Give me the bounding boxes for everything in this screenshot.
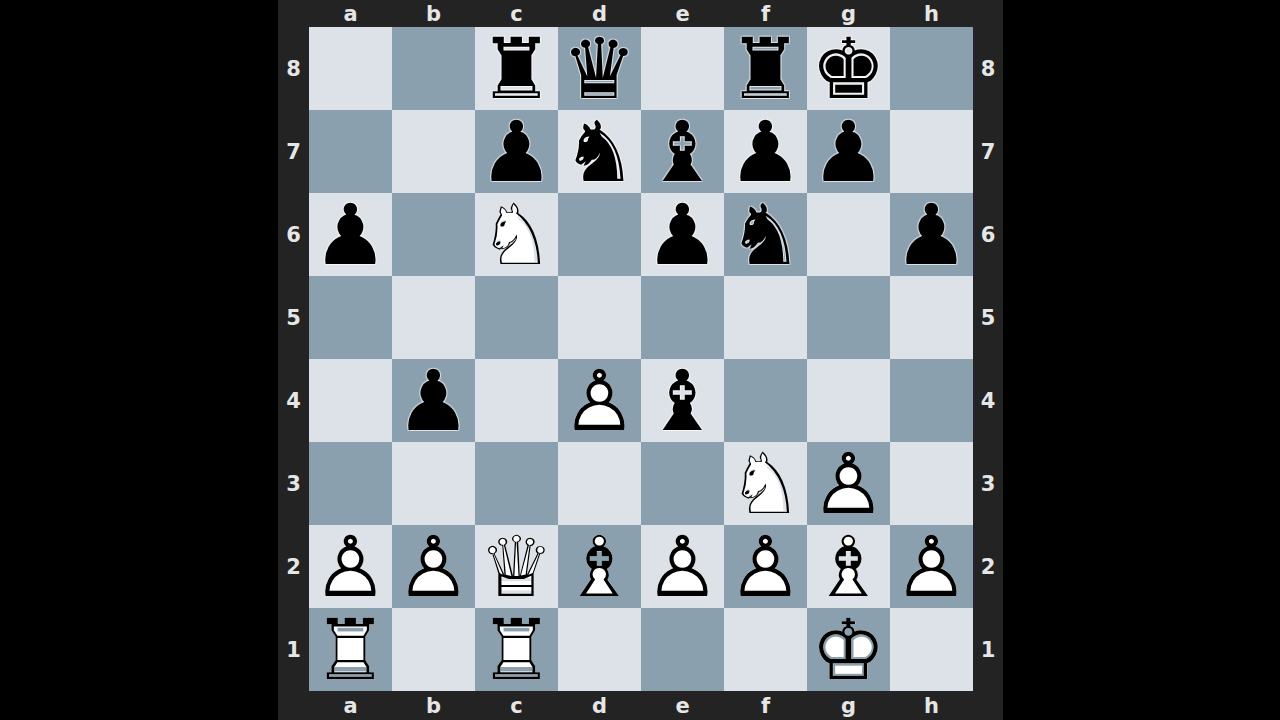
rank-label-8: 8 bbox=[278, 27, 309, 110]
square-h7[interactable] bbox=[890, 110, 973, 193]
file-label-e: e bbox=[641, 691, 724, 720]
square-d3[interactable] bbox=[558, 442, 641, 525]
square-b8[interactable] bbox=[392, 27, 475, 110]
square-g6[interactable] bbox=[807, 193, 890, 276]
white-bishop: ♗ bbox=[807, 525, 890, 608]
square-a3[interactable] bbox=[309, 442, 392, 525]
rank-label-2: 2 bbox=[973, 525, 1003, 608]
square-f1[interactable] bbox=[724, 608, 807, 691]
square-g7[interactable]: ♟ bbox=[807, 110, 890, 193]
square-e4[interactable]: ♝ bbox=[641, 359, 724, 442]
black-pawn: ♟ bbox=[890, 193, 973, 276]
square-g1[interactable]: ♚♔ bbox=[807, 608, 890, 691]
rank-label-6: 6 bbox=[973, 193, 1003, 276]
square-f2[interactable]: ♟♙ bbox=[724, 525, 807, 608]
square-g2[interactable]: ♝♗ bbox=[807, 525, 890, 608]
square-d5[interactable] bbox=[558, 276, 641, 359]
rank-label-5: 5 bbox=[973, 276, 1003, 359]
black-rook: ♜ bbox=[475, 27, 558, 110]
white-king: ♔ bbox=[807, 608, 890, 691]
square-h4[interactable] bbox=[890, 359, 973, 442]
white-king-fill: ♚ bbox=[807, 608, 890, 691]
square-c5[interactable] bbox=[475, 276, 558, 359]
rank-label-4: 4 bbox=[973, 359, 1003, 442]
square-c8[interactable]: ♜ bbox=[475, 27, 558, 110]
white-queen: ♕ bbox=[475, 525, 558, 608]
file-label-g: g bbox=[807, 0, 890, 27]
file-label-h: h bbox=[890, 0, 973, 27]
square-h3[interactable] bbox=[890, 442, 973, 525]
white-knight: ♘ bbox=[475, 193, 558, 276]
black-knight: ♞ bbox=[558, 110, 641, 193]
board-frame: abcdefgh abcdefgh 87654321 87654321 ♜♛♜♚… bbox=[278, 0, 1003, 720]
square-f8[interactable]: ♜ bbox=[724, 27, 807, 110]
rank-label-8: 8 bbox=[973, 27, 1003, 110]
video-frame: abcdefgh abcdefgh 87654321 87654321 ♜♛♜♚… bbox=[0, 0, 1280, 720]
white-pawn: ♙ bbox=[309, 525, 392, 608]
chess-board: ♜♛♜♚♟♞♝♟♟♟♞♘♟♞♟♟♟♙♝♞♘♟♙♟♙♟♙♛♕♝♗♟♙♟♙♝♗♟♙♜… bbox=[309, 27, 973, 691]
square-g3[interactable]: ♟♙ bbox=[807, 442, 890, 525]
white-pawn: ♙ bbox=[558, 359, 641, 442]
white-pawn: ♙ bbox=[392, 525, 475, 608]
square-a1[interactable]: ♜♖ bbox=[309, 608, 392, 691]
rank-label-3: 3 bbox=[278, 442, 309, 525]
white-rook: ♖ bbox=[309, 608, 392, 691]
white-rook-fill: ♜ bbox=[475, 608, 558, 691]
square-b6[interactable] bbox=[392, 193, 475, 276]
white-pawn-fill: ♟ bbox=[392, 525, 475, 608]
rank-label-6: 6 bbox=[278, 193, 309, 276]
black-pawn: ♟ bbox=[309, 193, 392, 276]
white-pawn: ♙ bbox=[890, 525, 973, 608]
black-king: ♚ bbox=[807, 27, 890, 110]
black-queen: ♛ bbox=[558, 27, 641, 110]
square-c7[interactable]: ♟ bbox=[475, 110, 558, 193]
white-pawn-fill: ♟ bbox=[724, 525, 807, 608]
rank-label-7: 7 bbox=[973, 110, 1003, 193]
square-f5[interactable] bbox=[724, 276, 807, 359]
file-label-a: a bbox=[309, 691, 392, 720]
square-c1[interactable]: ♜♖ bbox=[475, 608, 558, 691]
square-e7[interactable]: ♝ bbox=[641, 110, 724, 193]
square-b5[interactable] bbox=[392, 276, 475, 359]
file-label-f: f bbox=[724, 691, 807, 720]
white-queen-fill: ♛ bbox=[475, 525, 558, 608]
square-f6[interactable]: ♞ bbox=[724, 193, 807, 276]
square-g4[interactable] bbox=[807, 359, 890, 442]
square-d7[interactable]: ♞ bbox=[558, 110, 641, 193]
square-b2[interactable]: ♟♙ bbox=[392, 525, 475, 608]
square-d2[interactable]: ♝♗ bbox=[558, 525, 641, 608]
square-a2[interactable]: ♟♙ bbox=[309, 525, 392, 608]
white-bishop-fill: ♝ bbox=[558, 525, 641, 608]
square-e2[interactable]: ♟♙ bbox=[641, 525, 724, 608]
file-label-c: c bbox=[475, 691, 558, 720]
square-h1[interactable] bbox=[890, 608, 973, 691]
white-pawn-fill: ♟ bbox=[641, 525, 724, 608]
square-a8[interactable] bbox=[309, 27, 392, 110]
white-rook: ♖ bbox=[475, 608, 558, 691]
square-b7[interactable] bbox=[392, 110, 475, 193]
rank-label-4: 4 bbox=[278, 359, 309, 442]
black-knight: ♞ bbox=[724, 193, 807, 276]
square-d6[interactable] bbox=[558, 193, 641, 276]
square-h8[interactable] bbox=[890, 27, 973, 110]
file-labels-top: abcdefgh bbox=[309, 0, 973, 27]
rank-label-3: 3 bbox=[973, 442, 1003, 525]
square-e5[interactable] bbox=[641, 276, 724, 359]
black-pawn: ♟ bbox=[724, 110, 807, 193]
square-h5[interactable] bbox=[890, 276, 973, 359]
square-c4[interactable] bbox=[475, 359, 558, 442]
square-h6[interactable]: ♟ bbox=[890, 193, 973, 276]
square-b3[interactable] bbox=[392, 442, 475, 525]
square-b1[interactable] bbox=[392, 608, 475, 691]
rank-label-1: 1 bbox=[278, 608, 309, 691]
square-a5[interactable] bbox=[309, 276, 392, 359]
black-bishop: ♝ bbox=[641, 110, 724, 193]
square-g5[interactable] bbox=[807, 276, 890, 359]
black-bishop: ♝ bbox=[641, 359, 724, 442]
white-pawn-fill: ♟ bbox=[309, 525, 392, 608]
white-bishop-fill: ♝ bbox=[807, 525, 890, 608]
file-label-b: b bbox=[392, 691, 475, 720]
white-rook-fill: ♜ bbox=[309, 608, 392, 691]
black-pawn: ♟ bbox=[475, 110, 558, 193]
square-g8[interactable]: ♚ bbox=[807, 27, 890, 110]
white-knight: ♘ bbox=[724, 442, 807, 525]
file-label-b: b bbox=[392, 0, 475, 27]
black-rook: ♜ bbox=[724, 27, 807, 110]
file-label-a: a bbox=[309, 0, 392, 27]
square-c6[interactable]: ♞♘ bbox=[475, 193, 558, 276]
square-d8[interactable]: ♛ bbox=[558, 27, 641, 110]
file-label-d: d bbox=[558, 0, 641, 27]
rank-label-5: 5 bbox=[278, 276, 309, 359]
file-label-h: h bbox=[890, 691, 973, 720]
square-e8[interactable] bbox=[641, 27, 724, 110]
square-e1[interactable] bbox=[641, 608, 724, 691]
rank-labels-left: 87654321 bbox=[278, 27, 309, 691]
square-d1[interactable] bbox=[558, 608, 641, 691]
square-e3[interactable] bbox=[641, 442, 724, 525]
file-label-f: f bbox=[724, 0, 807, 27]
square-h2[interactable]: ♟♙ bbox=[890, 525, 973, 608]
white-pawn: ♙ bbox=[724, 525, 807, 608]
white-pawn: ♙ bbox=[807, 442, 890, 525]
rank-label-7: 7 bbox=[278, 110, 309, 193]
white-pawn-fill: ♟ bbox=[890, 525, 973, 608]
square-d4[interactable]: ♟♙ bbox=[558, 359, 641, 442]
white-knight-fill: ♞ bbox=[724, 442, 807, 525]
square-c2[interactable]: ♛♕ bbox=[475, 525, 558, 608]
white-knight-fill: ♞ bbox=[475, 193, 558, 276]
square-e6[interactable]: ♟ bbox=[641, 193, 724, 276]
file-label-c: c bbox=[475, 0, 558, 27]
square-f3[interactable]: ♞♘ bbox=[724, 442, 807, 525]
white-pawn: ♙ bbox=[641, 525, 724, 608]
square-f7[interactable]: ♟ bbox=[724, 110, 807, 193]
file-labels-bottom: abcdefgh bbox=[309, 691, 973, 720]
square-a6[interactable]: ♟ bbox=[309, 193, 392, 276]
black-pawn: ♟ bbox=[392, 359, 475, 442]
black-pawn: ♟ bbox=[641, 193, 724, 276]
file-label-d: d bbox=[558, 691, 641, 720]
rank-label-1: 1 bbox=[973, 608, 1003, 691]
white-pawn-fill: ♟ bbox=[558, 359, 641, 442]
file-label-g: g bbox=[807, 691, 890, 720]
rank-label-2: 2 bbox=[278, 525, 309, 608]
white-pawn-fill: ♟ bbox=[807, 442, 890, 525]
white-bishop: ♗ bbox=[558, 525, 641, 608]
rank-labels-right: 87654321 bbox=[973, 27, 1003, 691]
square-a4[interactable] bbox=[309, 359, 392, 442]
square-c3[interactable] bbox=[475, 442, 558, 525]
black-pawn: ♟ bbox=[807, 110, 890, 193]
square-b4[interactable]: ♟ bbox=[392, 359, 475, 442]
file-label-e: e bbox=[641, 0, 724, 27]
square-f4[interactable] bbox=[724, 359, 807, 442]
square-a7[interactable] bbox=[309, 110, 392, 193]
